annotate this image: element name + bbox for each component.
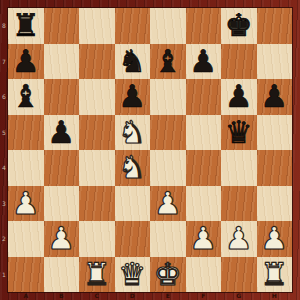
square-d2[interactable] — [115, 221, 151, 257]
file-label-c: C — [79, 291, 115, 300]
white-rook-h1[interactable]: ♜ — [257, 257, 293, 293]
square-g2[interactable]: ♟ — [221, 221, 257, 257]
square-a2[interactable] — [8, 221, 44, 257]
square-c1[interactable]: ♜ — [79, 257, 115, 293]
square-a8[interactable]: ♜ — [8, 8, 44, 44]
square-f1[interactable] — [186, 257, 222, 293]
white-pawn-b2[interactable]: ♟ — [44, 221, 80, 257]
file-label-a: A — [8, 291, 44, 300]
square-e2[interactable] — [150, 221, 186, 257]
square-f7[interactable]: ♟ — [186, 44, 222, 80]
black-knight-d7[interactable]: ♞ — [115, 44, 151, 80]
black-bishop-a6[interactable]: ♝ — [8, 79, 44, 115]
square-f6[interactable] — [186, 79, 222, 115]
file-label-g: G — [221, 291, 257, 300]
square-c8[interactable] — [79, 8, 115, 44]
black-bishop-e7[interactable]: ♝ — [150, 44, 186, 80]
black-pawn-g6[interactable]: ♟ — [221, 79, 257, 115]
square-e1[interactable]: ♚ — [150, 257, 186, 293]
square-h7[interactable] — [257, 44, 293, 80]
square-a3[interactable]: ♟ — [8, 186, 44, 222]
square-c2[interactable] — [79, 221, 115, 257]
square-g7[interactable] — [221, 44, 257, 80]
black-king-g8[interactable]: ♚ — [221, 8, 257, 44]
rank-label-8: 8 — [0, 8, 8, 44]
square-b2[interactable]: ♟ — [44, 221, 80, 257]
rank-label-2: 2 — [0, 221, 8, 257]
square-a4[interactable] — [8, 150, 44, 186]
white-pawn-a3[interactable]: ♟ — [8, 186, 44, 222]
square-a7[interactable]: ♟ — [8, 44, 44, 80]
square-g3[interactable] — [221, 186, 257, 222]
square-a1[interactable] — [8, 257, 44, 293]
square-d6[interactable]: ♟ — [115, 79, 151, 115]
file-label-d: D — [115, 291, 151, 300]
file-label-f: F — [186, 291, 222, 300]
square-b5[interactable]: ♟ — [44, 115, 80, 151]
square-f4[interactable] — [186, 150, 222, 186]
black-pawn-h6[interactable]: ♟ — [257, 79, 293, 115]
white-pawn-f2[interactable]: ♟ — [186, 221, 222, 257]
square-e5[interactable] — [150, 115, 186, 151]
square-g5[interactable]: ♛ — [221, 115, 257, 151]
white-pawn-e3[interactable]: ♟ — [150, 186, 186, 222]
square-f8[interactable] — [186, 8, 222, 44]
square-c4[interactable] — [79, 150, 115, 186]
square-h6[interactable]: ♟ — [257, 79, 293, 115]
square-c3[interactable] — [79, 186, 115, 222]
white-king-e1[interactable]: ♚ — [150, 257, 186, 293]
square-g1[interactable] — [221, 257, 257, 293]
square-c6[interactable] — [79, 79, 115, 115]
square-h1[interactable]: ♜ — [257, 257, 293, 293]
chess-board: ♜♚♟♞♝♟♝♟♟♟♟♞♛♞♟♟♟♟♟♟♜♛♚♜ — [8, 8, 292, 292]
file-label-e: E — [150, 291, 186, 300]
white-pawn-h2[interactable]: ♟ — [257, 221, 293, 257]
chess-board-frame: ♜♚♟♞♝♟♝♟♟♟♟♞♛♞♟♟♟♟♟♟♜♛♚♜ 87654321ABCDEFG… — [0, 0, 300, 300]
file-label-h: H — [257, 291, 293, 300]
square-b6[interactable] — [44, 79, 80, 115]
rank-label-5: 5 — [0, 115, 8, 151]
square-b4[interactable] — [44, 150, 80, 186]
square-d7[interactable]: ♞ — [115, 44, 151, 80]
square-e3[interactable]: ♟ — [150, 186, 186, 222]
square-f2[interactable]: ♟ — [186, 221, 222, 257]
square-b1[interactable] — [44, 257, 80, 293]
square-d8[interactable] — [115, 8, 151, 44]
white-queen-d1[interactable]: ♛ — [115, 257, 151, 293]
square-e8[interactable] — [150, 8, 186, 44]
square-g8[interactable]: ♚ — [221, 8, 257, 44]
square-a5[interactable] — [8, 115, 44, 151]
square-b3[interactable] — [44, 186, 80, 222]
square-d3[interactable] — [115, 186, 151, 222]
square-h8[interactable] — [257, 8, 293, 44]
square-h5[interactable] — [257, 115, 293, 151]
white-rook-c1[interactable]: ♜ — [79, 257, 115, 293]
square-d1[interactable]: ♛ — [115, 257, 151, 293]
square-a6[interactable]: ♝ — [8, 79, 44, 115]
square-e7[interactable]: ♝ — [150, 44, 186, 80]
square-c5[interactable] — [79, 115, 115, 151]
square-g6[interactable]: ♟ — [221, 79, 257, 115]
rank-label-6: 6 — [0, 79, 8, 115]
square-b8[interactable] — [44, 8, 80, 44]
rank-label-1: 1 — [0, 257, 8, 293]
rank-label-3: 3 — [0, 186, 8, 222]
white-pawn-g2[interactable]: ♟ — [221, 221, 257, 257]
square-h3[interactable] — [257, 186, 293, 222]
black-pawn-f7[interactable]: ♟ — [186, 44, 222, 80]
square-d5[interactable]: ♞ — [115, 115, 151, 151]
square-b7[interactable] — [44, 44, 80, 80]
black-pawn-a7[interactable]: ♟ — [8, 44, 44, 80]
square-c7[interactable] — [79, 44, 115, 80]
square-f3[interactable] — [186, 186, 222, 222]
square-e4[interactable] — [150, 150, 186, 186]
square-h4[interactable] — [257, 150, 293, 186]
white-knight-d5[interactable]: ♞ — [115, 115, 151, 151]
square-f5[interactable] — [186, 115, 222, 151]
rank-label-7: 7 — [0, 44, 8, 80]
black-queen-g5[interactable]: ♛ — [221, 115, 257, 151]
rank-label-4: 4 — [0, 150, 8, 186]
square-e6[interactable] — [150, 79, 186, 115]
square-g4[interactable] — [221, 150, 257, 186]
black-rook-a8[interactable]: ♜ — [8, 8, 44, 44]
black-pawn-b5[interactable]: ♟ — [44, 115, 80, 151]
file-label-b: B — [44, 291, 80, 300]
square-h2[interactable]: ♟ — [257, 221, 293, 257]
square-d4[interactable]: ♞ — [115, 150, 151, 186]
white-knight-d4[interactable]: ♞ — [115, 150, 151, 186]
black-pawn-d6[interactable]: ♟ — [115, 79, 151, 115]
